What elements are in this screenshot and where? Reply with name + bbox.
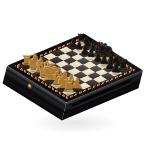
chess-case	[0, 0, 150, 150]
drawer-knob-icon	[28, 84, 31, 89]
product-photo[interactable]: ♜♞♝♛♚♝♞♜♟♟♟♟♟♟♟♟♟♟♟♟♟♟♟♟♜♞♝♛♚♝♞♜	[0, 0, 150, 150]
